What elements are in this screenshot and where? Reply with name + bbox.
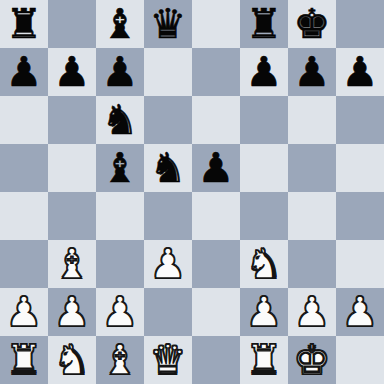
square-g5[interactable] [288, 144, 336, 192]
square-b3[interactable]: ♝ [48, 240, 96, 288]
piece-white-rook[interactable]: ♜ [6, 336, 43, 384]
square-g2[interactable]: ♟ [288, 288, 336, 336]
square-f2[interactable]: ♟ [240, 288, 288, 336]
square-f3[interactable]: ♞ [240, 240, 288, 288]
square-b6[interactable] [48, 96, 96, 144]
piece-black-king[interactable]: ♚ [294, 0, 331, 48]
square-a1[interactable]: ♜ [0, 336, 48, 384]
chessboard-container: ♜♝♛♜♚♟♟♟♟♟♟♞♝♞♟♝♟♞♟♟♟♟♟♟♜♞♝♛♜♚ [0, 0, 384, 384]
square-f6[interactable] [240, 96, 288, 144]
square-b8[interactable] [48, 0, 96, 48]
piece-black-rook[interactable]: ♜ [6, 0, 43, 48]
square-d8[interactable]: ♛ [144, 0, 192, 48]
piece-white-king[interactable]: ♚ [294, 336, 331, 384]
square-h7[interactable]: ♟ [336, 48, 384, 96]
square-h2[interactable]: ♟ [336, 288, 384, 336]
piece-black-queen[interactable]: ♛ [150, 0, 187, 48]
piece-white-knight[interactable]: ♞ [54, 336, 91, 384]
square-c3[interactable] [96, 240, 144, 288]
piece-white-queen[interactable]: ♛ [150, 336, 187, 384]
piece-white-pawn[interactable]: ♟ [150, 240, 187, 288]
square-c6[interactable]: ♞ [96, 96, 144, 144]
square-e6[interactable] [192, 96, 240, 144]
square-g6[interactable] [288, 96, 336, 144]
piece-white-pawn[interactable]: ♟ [246, 288, 283, 336]
square-e5[interactable]: ♟ [192, 144, 240, 192]
square-e7[interactable] [192, 48, 240, 96]
piece-black-pawn[interactable]: ♟ [54, 48, 91, 96]
square-g7[interactable]: ♟ [288, 48, 336, 96]
piece-black-pawn[interactable]: ♟ [294, 48, 331, 96]
square-a6[interactable] [0, 96, 48, 144]
square-f5[interactable] [240, 144, 288, 192]
piece-black-pawn[interactable]: ♟ [102, 48, 139, 96]
square-e8[interactable] [192, 0, 240, 48]
piece-black-knight[interactable]: ♞ [150, 144, 187, 192]
square-f1[interactable]: ♜ [240, 336, 288, 384]
square-g3[interactable] [288, 240, 336, 288]
piece-black-knight[interactable]: ♞ [102, 96, 139, 144]
square-d6[interactable] [144, 96, 192, 144]
square-b5[interactable] [48, 144, 96, 192]
square-c1[interactable]: ♝ [96, 336, 144, 384]
square-d1[interactable]: ♛ [144, 336, 192, 384]
piece-black-pawn[interactable]: ♟ [246, 48, 283, 96]
square-e3[interactable] [192, 240, 240, 288]
piece-black-bishop[interactable]: ♝ [102, 144, 139, 192]
square-c8[interactable]: ♝ [96, 0, 144, 48]
square-d5[interactable]: ♞ [144, 144, 192, 192]
square-e4[interactable] [192, 192, 240, 240]
square-b7[interactable]: ♟ [48, 48, 96, 96]
piece-black-pawn[interactable]: ♟ [6, 48, 43, 96]
square-g1[interactable]: ♚ [288, 336, 336, 384]
square-b1[interactable]: ♞ [48, 336, 96, 384]
piece-black-pawn[interactable]: ♟ [342, 48, 379, 96]
square-a3[interactable] [0, 240, 48, 288]
square-e2[interactable] [192, 288, 240, 336]
square-e1[interactable] [192, 336, 240, 384]
square-d7[interactable] [144, 48, 192, 96]
piece-black-rook[interactable]: ♜ [246, 0, 283, 48]
square-h4[interactable] [336, 192, 384, 240]
square-f7[interactable]: ♟ [240, 48, 288, 96]
square-h3[interactable] [336, 240, 384, 288]
square-c4[interactable] [96, 192, 144, 240]
piece-white-bishop[interactable]: ♝ [54, 240, 91, 288]
square-a4[interactable] [0, 192, 48, 240]
square-c2[interactable]: ♟ [96, 288, 144, 336]
square-b4[interactable] [48, 192, 96, 240]
piece-white-rook[interactable]: ♜ [246, 336, 283, 384]
square-d2[interactable] [144, 288, 192, 336]
square-b2[interactable]: ♟ [48, 288, 96, 336]
piece-white-pawn[interactable]: ♟ [54, 288, 91, 336]
piece-white-pawn[interactable]: ♟ [342, 288, 379, 336]
square-h6[interactable] [336, 96, 384, 144]
piece-black-bishop[interactable]: ♝ [102, 0, 139, 48]
square-h1[interactable] [336, 336, 384, 384]
square-c7[interactable]: ♟ [96, 48, 144, 96]
square-h5[interactable] [336, 144, 384, 192]
square-d4[interactable] [144, 192, 192, 240]
square-g8[interactable]: ♚ [288, 0, 336, 48]
piece-black-pawn[interactable]: ♟ [198, 144, 235, 192]
square-d3[interactable]: ♟ [144, 240, 192, 288]
chessboard: ♜♝♛♜♚♟♟♟♟♟♟♞♝♞♟♝♟♞♟♟♟♟♟♟♜♞♝♛♜♚ [0, 0, 384, 384]
piece-white-pawn[interactable]: ♟ [6, 288, 43, 336]
square-h8[interactable] [336, 0, 384, 48]
piece-white-bishop[interactable]: ♝ [102, 336, 139, 384]
square-a5[interactable] [0, 144, 48, 192]
square-f8[interactable]: ♜ [240, 0, 288, 48]
piece-white-knight[interactable]: ♞ [246, 240, 283, 288]
square-a7[interactable]: ♟ [0, 48, 48, 96]
square-a2[interactable]: ♟ [0, 288, 48, 336]
square-g4[interactable] [288, 192, 336, 240]
square-a8[interactable]: ♜ [0, 0, 48, 48]
piece-white-pawn[interactable]: ♟ [294, 288, 331, 336]
square-c5[interactable]: ♝ [96, 144, 144, 192]
piece-white-pawn[interactable]: ♟ [102, 288, 139, 336]
square-f4[interactable] [240, 192, 288, 240]
